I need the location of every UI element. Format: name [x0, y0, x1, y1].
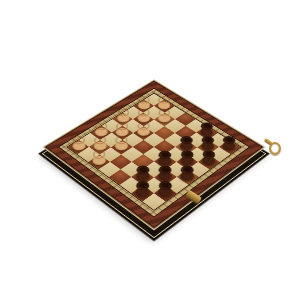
play-area-grid [66, 93, 241, 211]
product-photo-scene [0, 0, 300, 300]
checkers-board [42, 79, 265, 230]
piece-dark [156, 149, 173, 161]
piece-light [70, 135, 87, 146]
brass-clasp-ring [269, 142, 281, 155]
brass-clasp [264, 138, 280, 154]
board-top-face [42, 79, 265, 230]
piece-dark [221, 135, 238, 146]
